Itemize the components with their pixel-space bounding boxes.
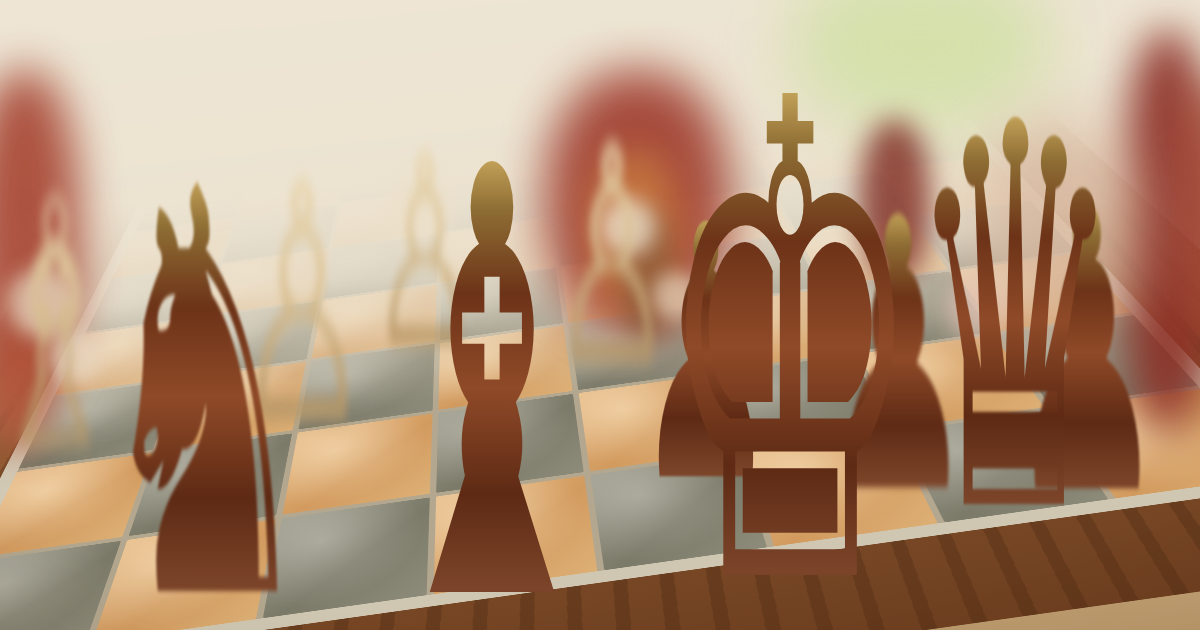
near-queen-piece: ♛: [908, 56, 1122, 586]
near-bishop-piece: ♝: [373, 93, 611, 630]
near-king-piece: ♚: [657, 17, 923, 630]
near-pawn-e-piece: ♟: [635, 180, 776, 530]
far-pawn-3-piece: ♙: [551, 108, 672, 408]
far-pawn-2-piece: ♙: [372, 120, 479, 385]
piece-layer: ♗♙♙♙♞♝♟♚♟♛♟: [0, 0, 1200, 630]
chess-photo-scene: ♗♙♙♙♞♝♟♚♟♛♟: [0, 0, 1200, 630]
near-pawn-g-piece: ♟: [822, 170, 973, 545]
near-pawn-h-piece: ♟: [1008, 158, 1165, 548]
far-bishop-piece: ♗: [0, 156, 124, 496]
near-knight-piece: ♞: [92, 117, 318, 630]
far-pawn-1-piece: ♙: [235, 140, 368, 470]
